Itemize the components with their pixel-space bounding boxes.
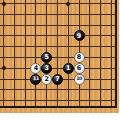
star-point	[2, 66, 6, 70]
diagram-frame-right	[115, 0, 117, 108]
move-number: 3	[44, 65, 48, 71]
stone-black-9: 9	[74, 30, 85, 41]
grid-hline	[0, 68, 116, 69]
grid-vline	[89, 0, 90, 107]
stone-black-1: 1	[63, 63, 74, 74]
move-number: 4	[34, 65, 38, 71]
move-number: 7	[55, 76, 59, 82]
star-point	[66, 2, 70, 6]
grid-vline	[14, 0, 15, 107]
move-number: 6	[77, 65, 81, 71]
grid-hline	[0, 100, 116, 101]
move-number: 11	[33, 76, 39, 81]
move-number: 5	[44, 54, 48, 60]
go-diagram-screenshot: 1234567891011	[0, 0, 120, 120]
move-number: 10	[76, 76, 82, 81]
grid-hline	[0, 14, 116, 15]
grid-vline	[111, 0, 112, 107]
stone-black-5: 5	[41, 52, 52, 63]
stone-white-6: 6	[74, 63, 85, 74]
diagram-frame-bottom	[0, 106, 117, 108]
move-number: 9	[77, 32, 81, 38]
grid-hline	[0, 3, 116, 4]
grid-hline	[0, 35, 116, 36]
star-point	[2, 2, 6, 6]
grid-hline	[0, 25, 116, 26]
go-board: 1234567891011	[0, 0, 119, 113]
stone-black-3: 3	[41, 63, 52, 74]
stone-black-11: 11	[30, 74, 41, 85]
stone-white-2: 2	[41, 74, 52, 85]
grid-hline	[0, 46, 116, 47]
grid-vline	[68, 0, 69, 107]
grid-vline	[57, 0, 58, 107]
grid-vline	[35, 0, 36, 107]
stone-black-7: 7	[52, 74, 63, 85]
grid-vline	[100, 0, 101, 107]
stone-white-4: 4	[30, 63, 41, 74]
move-number: 1	[66, 65, 70, 71]
grid-hline	[0, 89, 116, 90]
grid-vline	[3, 0, 4, 107]
stone-white-8: 8	[74, 52, 85, 63]
stone-white-10: 10	[74, 74, 85, 85]
grid-vline	[25, 0, 26, 107]
move-number: 2	[44, 76, 48, 82]
move-number: 8	[77, 54, 81, 60]
grid-hline	[0, 57, 116, 58]
